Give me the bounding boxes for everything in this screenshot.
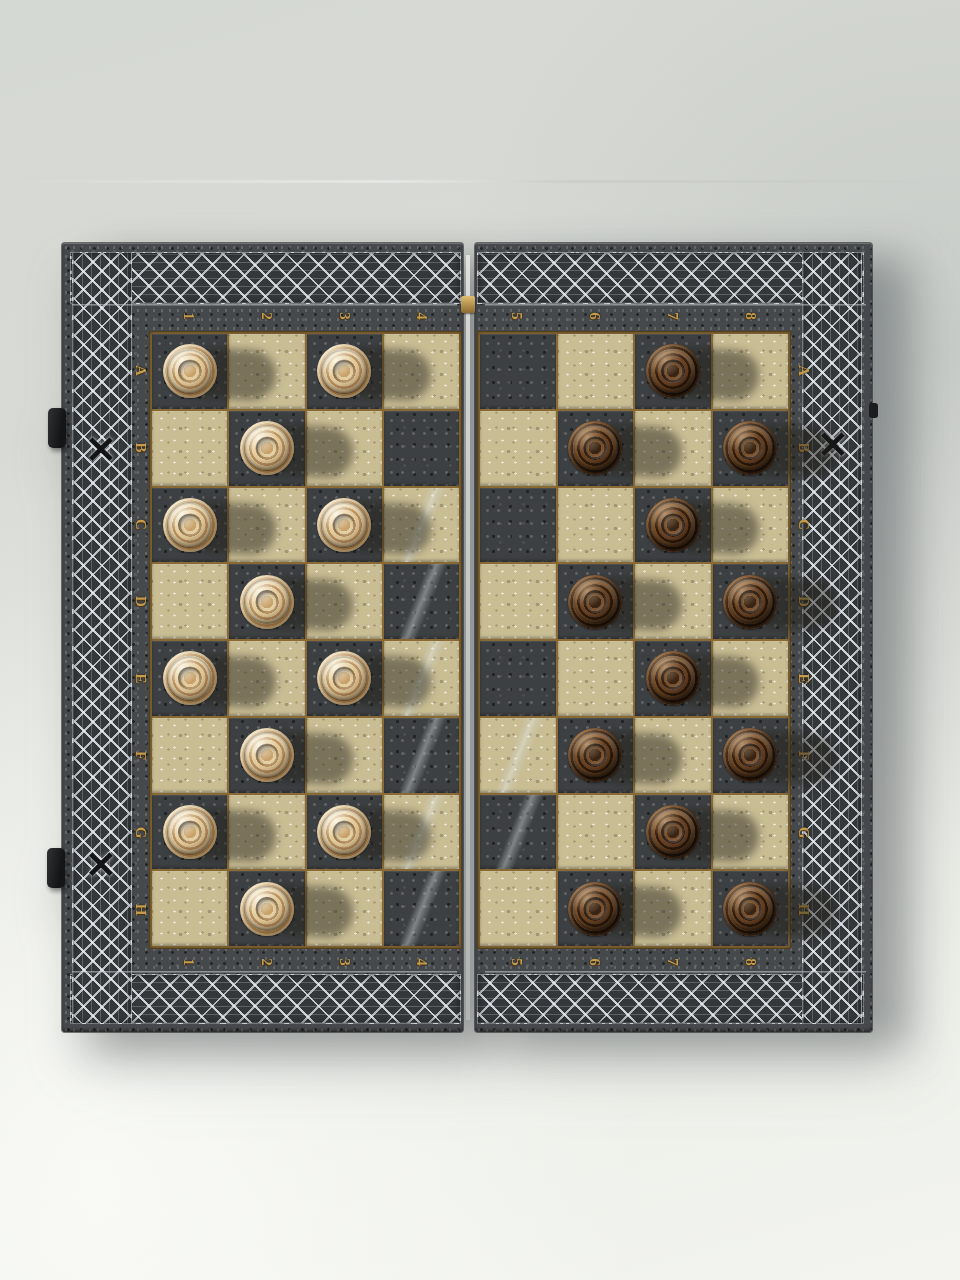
- piece-dark-D6[interactable]: [558, 564, 634, 639]
- square-B4[interactable]: [384, 411, 459, 486]
- square-E3[interactable]: [307, 641, 382, 716]
- dark-checker-disc: [568, 728, 622, 782]
- rank-labels-left: ABCDEFGH: [130, 332, 150, 948]
- piece-light-C3[interactable]: [307, 488, 382, 563]
- square-D4[interactable]: [384, 564, 459, 639]
- light-checker-disc: [240, 575, 294, 629]
- piece-light-G1[interactable]: [152, 795, 227, 870]
- square-F5: [480, 718, 556, 793]
- file-label-4: 4: [410, 923, 434, 1001]
- file-labels-top-left: 1234: [150, 304, 461, 328]
- piece-dark-B6[interactable]: [558, 411, 634, 486]
- file-label-6: 6: [583, 277, 607, 355]
- rank-labels-right: ABCDEFGH: [793, 332, 813, 948]
- light-checker-disc: [240, 882, 294, 936]
- light-checker-disc: [317, 498, 371, 552]
- dark-checker-disc: [646, 344, 700, 398]
- piece-light-F2[interactable]: [229, 718, 304, 793]
- dark-checker-disc: [646, 805, 700, 859]
- square-E6: [558, 641, 634, 716]
- piece-dark-F8[interactable]: [713, 718, 789, 793]
- square-B2[interactable]: [229, 411, 304, 486]
- piece-dark-F6[interactable]: [558, 718, 634, 793]
- square-G7[interactable]: [635, 795, 711, 870]
- square-F8[interactable]: [713, 718, 789, 793]
- fold-seam: [466, 255, 470, 1020]
- piece-light-B2[interactable]: [229, 411, 304, 486]
- square-B6[interactable]: [558, 411, 634, 486]
- square-A7[interactable]: [635, 334, 711, 409]
- rank-label-H: H: [102, 900, 179, 920]
- rank-label-G: G: [765, 823, 842, 843]
- square-H8[interactable]: [713, 871, 789, 946]
- rank-label-F: F: [102, 746, 179, 766]
- square-C7[interactable]: [635, 488, 711, 563]
- light-checker-disc: [163, 805, 217, 859]
- dark-checker-disc: [723, 575, 777, 629]
- square-D5: [480, 564, 556, 639]
- rank-label-D: D: [102, 592, 179, 612]
- square-C6: [558, 488, 634, 563]
- file-labels-bottom-left: 1234: [150, 950, 461, 974]
- square-A3[interactable]: [307, 334, 382, 409]
- piece-light-D2[interactable]: [229, 564, 304, 639]
- square-E5[interactable]: [480, 641, 556, 716]
- dark-checker-disc: [723, 728, 777, 782]
- photo-backdrop: ✕ ✕ 1234 1234 ABCDEFGH ✕ 5678 5678 ABCDE…: [0, 0, 960, 1280]
- light-checker-disc: [317, 805, 371, 859]
- file-label-1: 1: [177, 923, 201, 1001]
- piece-light-A1[interactable]: [152, 334, 227, 409]
- file-label-8: 8: [739, 277, 763, 355]
- square-C1[interactable]: [152, 488, 227, 563]
- rank-label-E: E: [765, 669, 842, 689]
- piece-dark-E7[interactable]: [635, 641, 711, 716]
- piece-dark-H8[interactable]: [713, 871, 789, 946]
- square-H6[interactable]: [558, 871, 634, 946]
- piece-light-E3[interactable]: [307, 641, 382, 716]
- dark-checker-disc: [646, 651, 700, 705]
- square-D6[interactable]: [558, 564, 634, 639]
- square-H2[interactable]: [229, 871, 304, 946]
- piece-light-E1[interactable]: [152, 641, 227, 716]
- rank-label-A: A: [765, 361, 842, 381]
- board-left-panel: ✕ ✕ 1234 1234 ABCDEFGH: [62, 243, 463, 1032]
- square-E7[interactable]: [635, 641, 711, 716]
- piece-dark-G7[interactable]: [635, 795, 711, 870]
- piece-dark-A7[interactable]: [635, 334, 711, 409]
- piece-dark-B8[interactable]: [713, 411, 789, 486]
- piece-light-H2[interactable]: [229, 871, 304, 946]
- square-D2[interactable]: [229, 564, 304, 639]
- dark-checker-disc: [723, 421, 777, 475]
- file-label-5: 5: [505, 923, 529, 1001]
- piece-light-C1[interactable]: [152, 488, 227, 563]
- piece-light-A3[interactable]: [307, 334, 382, 409]
- light-checker-disc: [240, 728, 294, 782]
- dark-checker-disc: [723, 882, 777, 936]
- file-label-5: 5: [505, 277, 529, 355]
- x-medallion-icon: ✕: [79, 843, 123, 887]
- square-G5[interactable]: [480, 795, 556, 870]
- file-label-2: 2: [255, 277, 279, 355]
- rank-label-C: C: [765, 515, 842, 535]
- dark-checker-disc: [568, 575, 622, 629]
- square-F2[interactable]: [229, 718, 304, 793]
- dark-checker-disc: [568, 421, 622, 475]
- latch-clasp-top: [48, 408, 66, 448]
- checkers-board: ✕ ✕ 1234 1234 ABCDEFGH ✕ 5678 5678 ABCDE…: [62, 243, 872, 1032]
- square-C5[interactable]: [480, 488, 556, 563]
- piece-dark-D8[interactable]: [713, 564, 789, 639]
- field-right-half: [478, 332, 790, 948]
- light-checker-disc: [163, 344, 217, 398]
- square-A1[interactable]: [152, 334, 227, 409]
- fold-hinge: [461, 296, 475, 313]
- dark-checker-disc: [568, 882, 622, 936]
- square-B5: [480, 411, 556, 486]
- square-F4[interactable]: [384, 718, 459, 793]
- light-checker-disc: [163, 651, 217, 705]
- piece-dark-H6[interactable]: [558, 871, 634, 946]
- light-checker-disc: [240, 421, 294, 475]
- square-E1[interactable]: [152, 641, 227, 716]
- square-B8[interactable]: [713, 411, 789, 486]
- backdrop-crease: [0, 180, 960, 183]
- light-checker-disc: [163, 498, 217, 552]
- square-G6: [558, 795, 634, 870]
- square-C3[interactable]: [307, 488, 382, 563]
- file-labels-bottom-right: 5678: [478, 950, 790, 974]
- file-labels-top-right: 5678: [478, 304, 790, 328]
- square-F6[interactable]: [558, 718, 634, 793]
- rank-label-B: B: [102, 438, 179, 458]
- square-G1[interactable]: [152, 795, 227, 870]
- square-D8[interactable]: [713, 564, 789, 639]
- latch-knob-right: [869, 403, 878, 418]
- latch-clasp-bottom: [47, 848, 65, 888]
- piece-dark-C7[interactable]: [635, 488, 711, 563]
- square-G3[interactable]: [307, 795, 382, 870]
- field-left-half: [150, 332, 461, 948]
- board-right-panel: ✕ 5678 5678 ABCDEFGH: [475, 243, 872, 1032]
- dark-checker-disc: [646, 498, 700, 552]
- file-label-4: 4: [410, 277, 434, 355]
- piece-light-G3[interactable]: [307, 795, 382, 870]
